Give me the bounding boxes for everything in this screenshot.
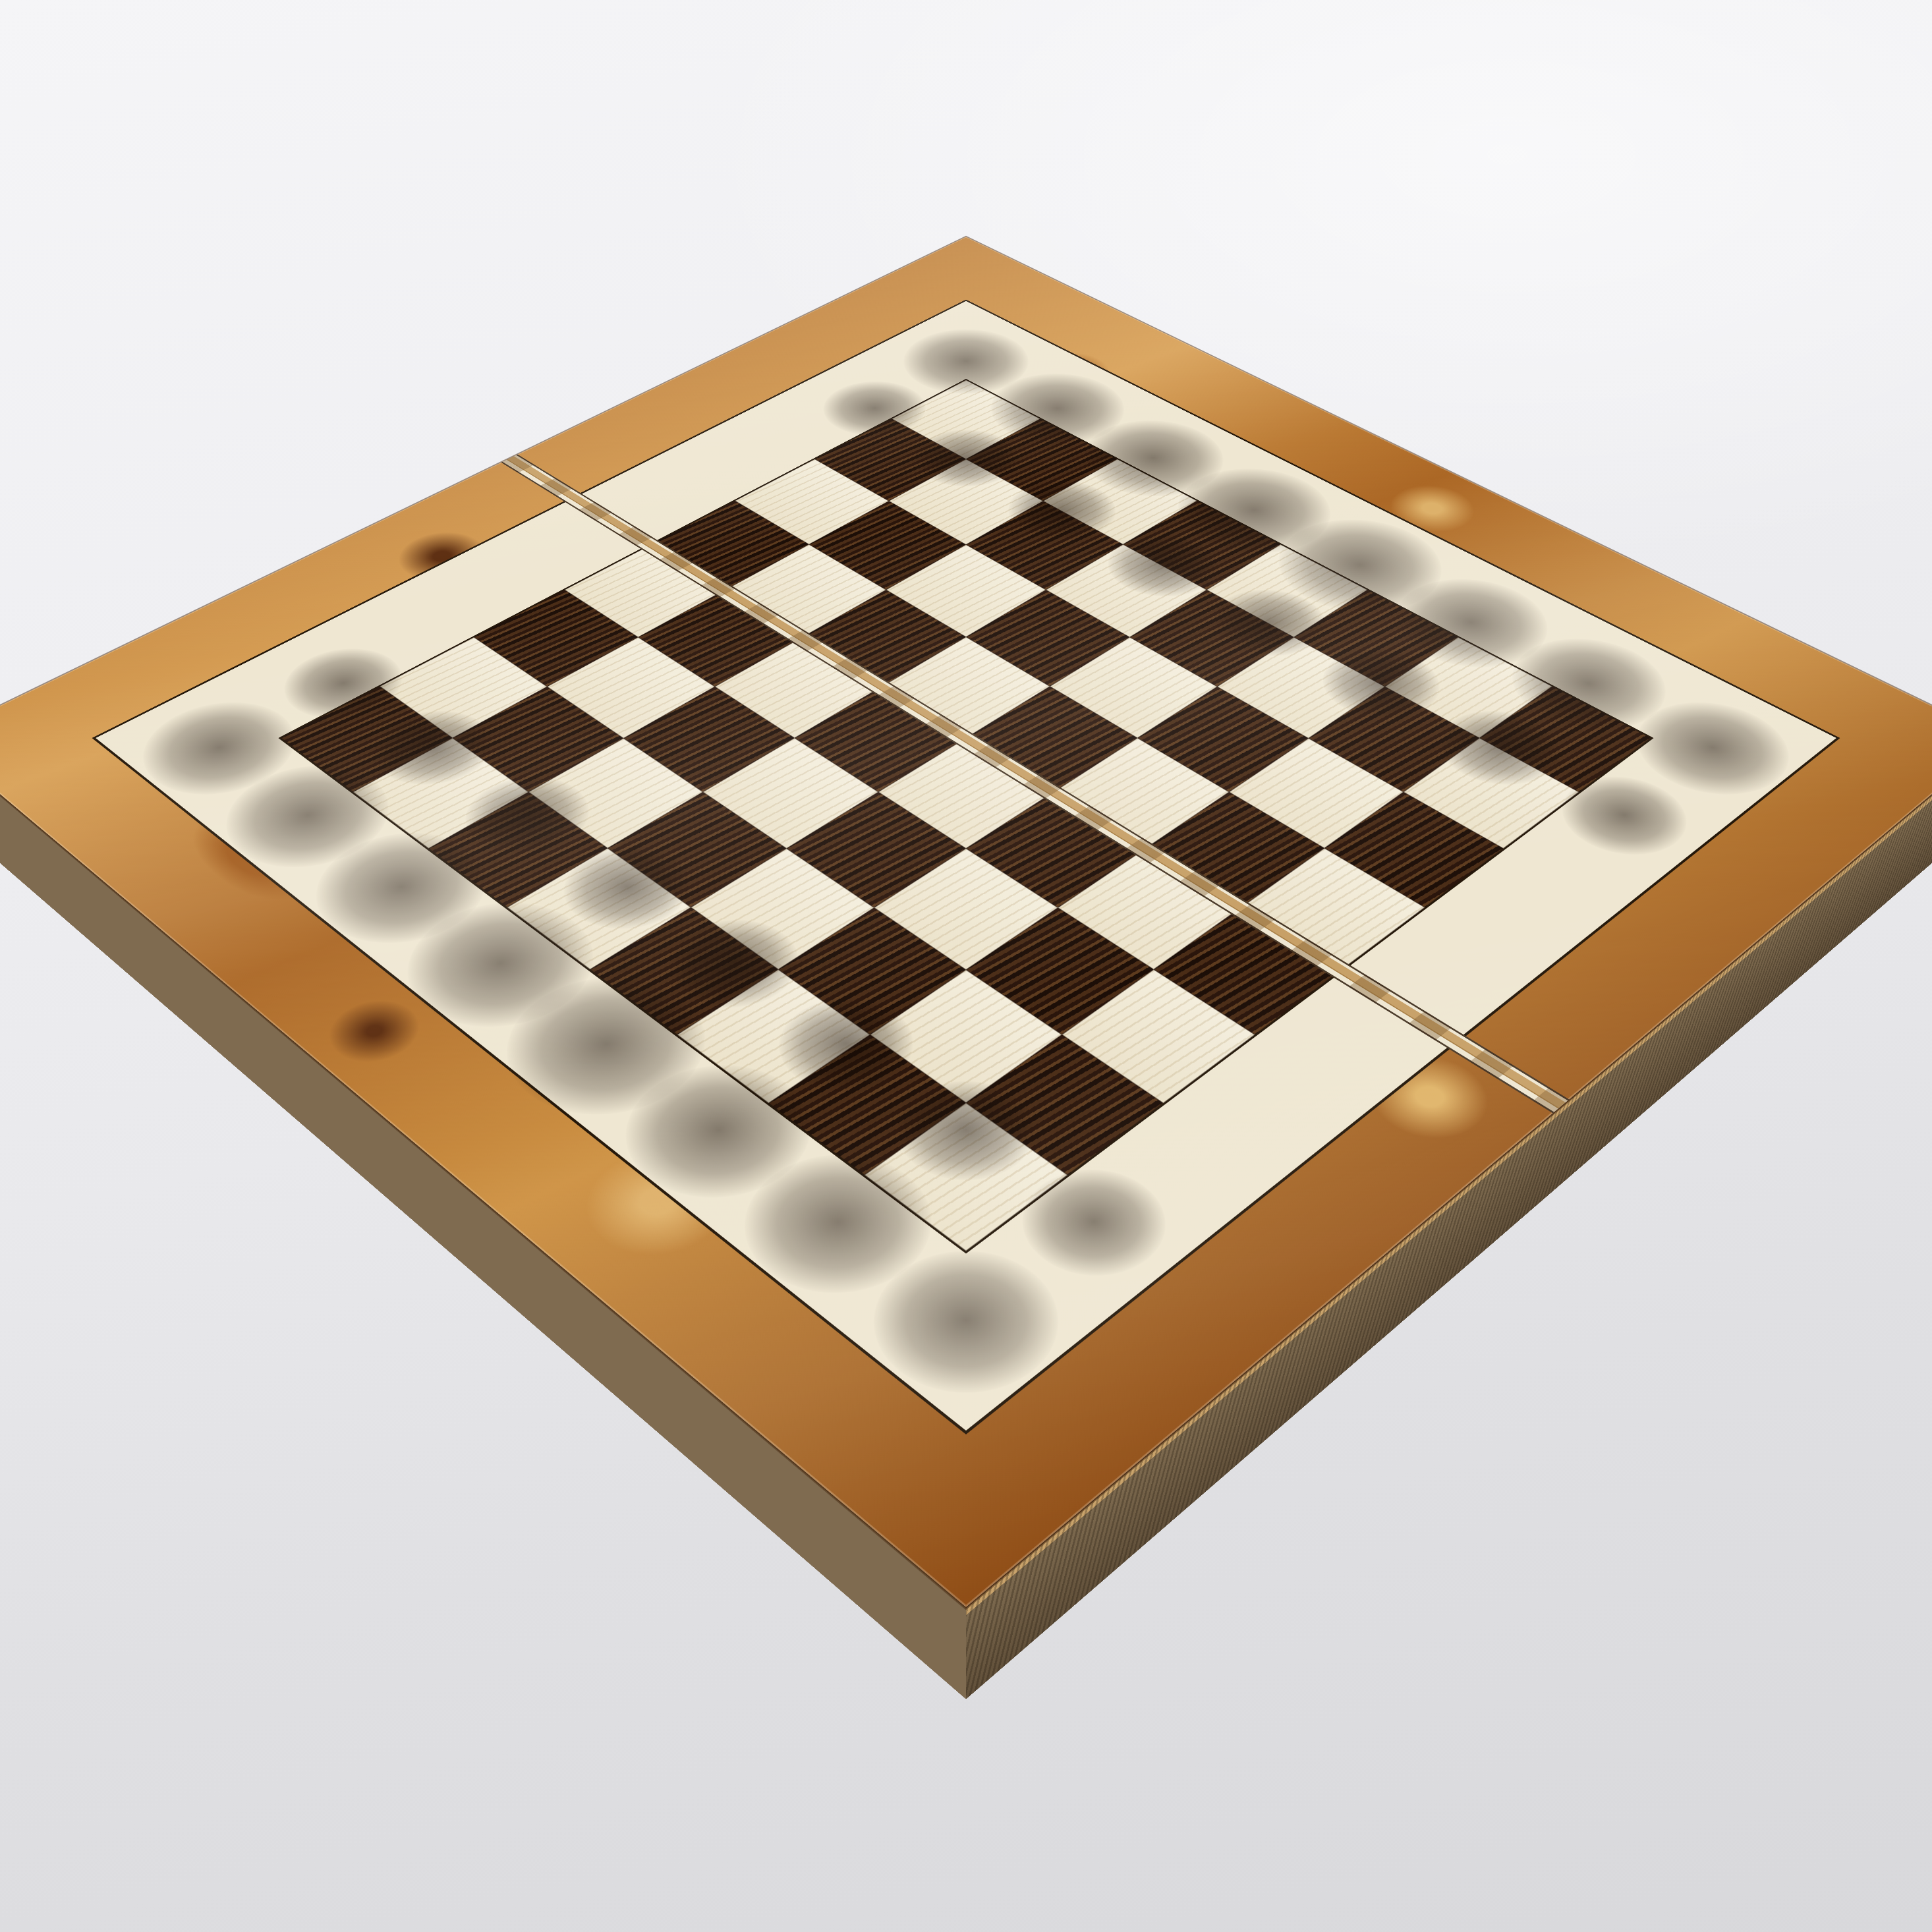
- black-pawn-glyph: ♟: [1451, 614, 1792, 810]
- square-f5[interactable]: [1054, 738, 1229, 848]
- reflection-black-pawn: [853, 401, 893, 473]
- scene: ♜♞♝♛♚♝♞♜♟♟♟♟♟♟♟♟♟♟♟♟♟♟♟♟♜♞♝♛♚♝♞♜: [0, 0, 1932, 1932]
- reflection-black-pawn: [1600, 805, 1672, 909]
- square-h5[interactable]: [1241, 848, 1425, 969]
- square-g5[interactable]: [1145, 792, 1324, 907]
- square-g6[interactable]: [1229, 738, 1404, 848]
- white-rook-glyph: ♜: [760, 961, 1172, 1312]
- square-h6[interactable]: [1324, 792, 1504, 907]
- reflection-black-pawn: [947, 451, 985, 526]
- reflection-white-rook: [924, 1305, 1008, 1537]
